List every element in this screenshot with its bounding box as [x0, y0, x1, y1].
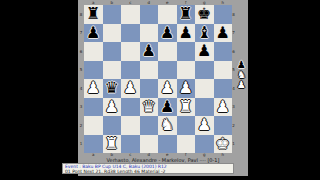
square-c5[interactable] [121, 61, 140, 80]
square-a6[interactable] [84, 42, 103, 61]
square-e1[interactable] [158, 135, 177, 154]
square-g6[interactable]: ♟ [195, 42, 214, 61]
square-g1[interactable] [195, 135, 214, 154]
white-knight: ♞ [160, 117, 174, 133]
square-a5[interactable] [84, 61, 103, 80]
game-info-box: Event : Baku BP Cup U14 C, Baku (2001) R… [62, 163, 234, 174]
black-rook: ♜ [86, 6, 100, 22]
square-f1[interactable] [177, 135, 196, 154]
white-king: ♚ [216, 136, 230, 152]
square-h7[interactable]: ♟ [214, 24, 233, 43]
white-pawn: ♟ [179, 80, 193, 96]
rank-label-8: 8 [231, 5, 236, 24]
square-e5[interactable] [158, 61, 177, 80]
black-pawn: ♟ [142, 43, 156, 59]
square-d8[interactable] [140, 5, 159, 24]
black-pawn: ♟ [179, 25, 193, 41]
square-g7[interactable]: ♝ [195, 24, 214, 43]
square-d7[interactable] [140, 24, 159, 43]
square-d3[interactable]: ♛ [140, 98, 159, 117]
square-h3[interactable]: ♟ [214, 98, 233, 117]
square-b2[interactable] [103, 116, 122, 135]
square-d6[interactable]: ♟ [140, 42, 159, 61]
square-g4[interactable] [195, 79, 214, 98]
square-a4[interactable]: ♟ [84, 79, 103, 98]
square-b6[interactable] [103, 42, 122, 61]
square-d2[interactable] [140, 116, 159, 135]
white-rook: ♜ [105, 136, 119, 152]
square-h8[interactable] [214, 5, 233, 24]
white-queen: ♛ [142, 99, 156, 115]
square-b1[interactable]: ♜ [103, 135, 122, 154]
app-window: abcdefgh 87654321 ♜♜♚♟♟♟♝♟♟♟♟♛♟♟♟♟♛♟♜♟♞♟… [0, 0, 320, 180]
black-pawn: ♟ [160, 99, 174, 115]
square-b3[interactable]: ♟ [103, 98, 122, 117]
square-e7[interactable]: ♟ [158, 24, 177, 43]
status-line: 01 Pont Next 21. Rd38 Length 46 Material… [65, 169, 231, 174]
black-king: ♚ [197, 6, 211, 22]
square-a2[interactable] [84, 116, 103, 135]
rank-label-6: 6 [231, 42, 236, 61]
white-pawn: ♟ [86, 80, 100, 96]
black-bishop: ♝ [197, 25, 211, 41]
square-h4[interactable] [214, 79, 233, 98]
square-a7[interactable]: ♟ [84, 24, 103, 43]
square-c2[interactable] [121, 116, 140, 135]
square-b5[interactable] [103, 61, 122, 80]
captured-pieces-tray: ♟♞♟ [235, 60, 248, 90]
square-c3[interactable] [121, 98, 140, 117]
square-h6[interactable] [214, 42, 233, 61]
white-rook: ♜ [179, 99, 193, 115]
square-h1[interactable]: ♚ [214, 135, 233, 154]
square-d4[interactable] [140, 79, 159, 98]
square-b4[interactable]: ♛ [103, 79, 122, 98]
white-pawn: ♟ [197, 117, 211, 133]
square-b7[interactable] [103, 24, 122, 43]
square-g2[interactable]: ♟ [195, 116, 214, 135]
square-d1[interactable] [140, 135, 159, 154]
square-f2[interactable] [177, 116, 196, 135]
square-c7[interactable] [121, 24, 140, 43]
square-f4[interactable]: ♟ [177, 79, 196, 98]
square-e3[interactable]: ♟ [158, 98, 177, 117]
square-h2[interactable] [214, 116, 233, 135]
rank-label-3: 3 [231, 98, 236, 117]
white-knight-captured: ♞ [237, 70, 246, 80]
black-rook: ♜ [179, 6, 193, 22]
black-pawn: ♟ [86, 25, 100, 41]
square-g3[interactable] [195, 98, 214, 117]
chess-panel: abcdefgh 87654321 ♜♜♚♟♟♟♝♟♟♟♟♛♟♟♟♟♛♟♜♟♞♟… [78, 0, 248, 176]
square-f5[interactable] [177, 61, 196, 80]
white-pawn: ♟ [216, 99, 230, 115]
white-pawn: ♟ [123, 80, 137, 96]
square-e2[interactable]: ♞ [158, 116, 177, 135]
white-pawn: ♟ [105, 99, 119, 115]
white-pawn: ♟ [160, 80, 174, 96]
square-c8[interactable] [121, 5, 140, 24]
square-h5[interactable] [214, 61, 233, 80]
chess-board: ♜♜♚♟♟♟♝♟♟♟♟♛♟♟♟♟♛♟♜♟♞♟♜♚ [84, 5, 232, 153]
square-e4[interactable]: ♟ [158, 79, 177, 98]
square-b8[interactable] [103, 5, 122, 24]
square-c1[interactable] [121, 135, 140, 154]
white-pawn-captured: ♟ [237, 80, 246, 90]
square-f6[interactable] [177, 42, 196, 61]
square-c6[interactable] [121, 42, 140, 61]
square-f7[interactable]: ♟ [177, 24, 196, 43]
square-a8[interactable]: ♜ [84, 5, 103, 24]
black-pawn: ♟ [216, 25, 230, 41]
square-c4[interactable]: ♟ [121, 79, 140, 98]
black-pawn: ♟ [160, 25, 174, 41]
rank-label-2: 2 [231, 116, 236, 135]
black-queen: ♛ [105, 80, 119, 96]
square-f8[interactable]: ♜ [177, 5, 196, 24]
black-pawn-captured: ♟ [237, 60, 246, 70]
square-f3[interactable]: ♜ [177, 98, 196, 117]
square-e8[interactable] [158, 5, 177, 24]
square-g8[interactable]: ♚ [195, 5, 214, 24]
rank-label-7: 7 [231, 24, 236, 43]
square-d5[interactable] [140, 61, 159, 80]
square-e6[interactable] [158, 42, 177, 61]
rank-label-1: 1 [231, 135, 236, 154]
square-g5[interactable] [195, 61, 214, 80]
square-a3[interactable] [84, 98, 103, 117]
square-a1[interactable] [84, 135, 103, 154]
black-pawn: ♟ [197, 43, 211, 59]
